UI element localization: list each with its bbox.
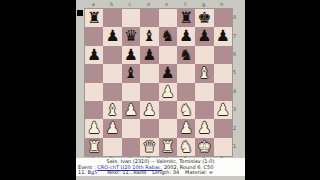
black-knight-f6: ♞ [179, 46, 193, 64]
square-h3[interactable]: ♟ [214, 101, 232, 119]
material-text: Material: = [185, 169, 213, 175]
black-queen-c7: ♛ [124, 27, 138, 45]
black-rook-a8: ♜ [87, 9, 101, 27]
square-a3[interactable] [85, 101, 103, 119]
black-pawn-g7: ♟ [198, 27, 212, 45]
last-move-link[interactable]: Bg5 [88, 169, 98, 175]
rank-label-2: 2 [233, 118, 243, 136]
square-a1[interactable]: ♜ [85, 138, 103, 156]
square-c4[interactable] [122, 83, 140, 101]
square-g6[interactable] [195, 46, 213, 64]
rank-labels-right: 87654321 [233, 8, 243, 155]
square-e4[interactable]: ♟ [159, 83, 177, 101]
white-bishop-b3: ♝ [106, 101, 120, 119]
square-c2[interactable] [122, 119, 140, 137]
white-rook-e1: ♜ [161, 138, 175, 156]
file-label-b: b [102, 1, 120, 7]
square-d4[interactable] [140, 83, 158, 101]
rank-label-8: 8 [233, 8, 243, 26]
square-h7[interactable]: ♟ [214, 27, 232, 45]
file-label-a: a [84, 1, 102, 7]
white-pawn-b2: ♟ [106, 119, 120, 137]
black-pawn-d6: ♟ [142, 46, 156, 64]
square-a2[interactable]: ♟ [85, 119, 103, 137]
square-e7[interactable]: ♞ [159, 27, 177, 45]
square-d7[interactable]: ♝ [140, 27, 158, 45]
square-b4[interactable] [103, 83, 121, 101]
square-d6[interactable]: ♟ [140, 46, 158, 64]
square-f3[interactable]: ♞ [177, 101, 195, 119]
square-g4[interactable] [195, 83, 213, 101]
black-knight-e7: ♞ [161, 27, 175, 45]
next-move-text: Next: 11...Rad8 [107, 169, 146, 175]
square-d2[interactable] [140, 119, 158, 137]
white-king-g1: ♚ [198, 138, 212, 156]
square-g1[interactable]: ♚ [195, 138, 213, 156]
viewer-area: abcdefgh ♜♜♚♟♛♝♞♟♟♟♟♟♟♞♝♟♝♟♝♟♟♞♟♟♟♟♟♜♛♜♞… [76, 0, 245, 180]
square-f1[interactable]: ♞ [177, 138, 195, 156]
square-f7[interactable]: ♟ [177, 27, 195, 45]
square-d3[interactable]: ♟ [140, 101, 158, 119]
white-pawn-h3: ♟ [216, 101, 230, 119]
square-a5[interactable] [85, 64, 103, 82]
square-a6[interactable]: ♟ [85, 46, 103, 64]
black-pawn-e5: ♟ [161, 64, 175, 82]
white-pawn-f2: ♟ [179, 119, 193, 137]
square-e8[interactable] [159, 9, 177, 27]
length-text: Length: 34 [152, 169, 179, 175]
black-king-g8: ♚ [198, 9, 212, 27]
square-e2[interactable] [159, 119, 177, 137]
square-c1[interactable] [122, 138, 140, 156]
rank-label-6: 6 [233, 45, 243, 63]
square-b2[interactable]: ♟ [103, 119, 121, 137]
black-pawn-b7: ♟ [106, 27, 120, 45]
square-f2[interactable]: ♟ [177, 119, 195, 137]
black-bishop-d7: ♝ [142, 27, 156, 45]
square-c3[interactable]: ♟ [122, 101, 140, 119]
white-rook-a1: ♜ [87, 138, 101, 156]
left-black-bar [0, 0, 76, 180]
square-b7[interactable]: ♟ [103, 27, 121, 45]
rank-label-7: 7 [233, 26, 243, 44]
square-b3[interactable]: ♝ [103, 101, 121, 119]
white-pawn-d3: ♟ [142, 101, 156, 119]
square-h6[interactable] [214, 46, 232, 64]
square-g2[interactable]: ♟ [195, 119, 213, 137]
square-e6[interactable] [159, 46, 177, 64]
rank-label-4: 4 [233, 82, 243, 100]
square-b5[interactable] [103, 64, 121, 82]
black-pawn-a6: ♟ [87, 46, 101, 64]
square-h8[interactable] [214, 9, 232, 27]
black-pawn-h7: ♟ [216, 27, 230, 45]
square-h2[interactable] [214, 119, 232, 137]
square-f6[interactable]: ♞ [177, 46, 195, 64]
file-labels-top: abcdefgh [84, 1, 231, 7]
move-number: 11. [78, 169, 86, 175]
white-bishop-g5: ♝ [198, 64, 212, 82]
square-c6[interactable]: ♟ [122, 46, 140, 64]
square-c8[interactable] [122, 9, 140, 27]
square-b6[interactable] [103, 46, 121, 64]
white-pawn-a2: ♟ [87, 119, 101, 137]
right-black-bar [245, 0, 320, 180]
square-a4[interactable] [85, 83, 103, 101]
square-g8[interactable]: ♚ [195, 9, 213, 27]
chess-board: ♜♜♚♟♛♝♞♟♟♟♟♟♟♞♝♟♝♟♝♟♟♞♟♟♟♟♟♜♛♜♞♚ [84, 8, 233, 157]
square-d5[interactable] [140, 64, 158, 82]
file-label-d: d [139, 1, 157, 7]
square-h4[interactable] [214, 83, 232, 101]
game-info-panel: Sale, Ivan (2310) -- Valentic, Tomislav … [76, 158, 245, 176]
square-f4[interactable] [177, 83, 195, 101]
white-queen-d1: ♛ [142, 138, 156, 156]
file-label-f: f [176, 1, 194, 7]
black-pawn-f7: ♟ [179, 27, 193, 45]
file-label-g: g [194, 1, 212, 7]
white-pawn-e4: ♟ [161, 83, 175, 101]
square-d1[interactable]: ♛ [140, 138, 158, 156]
move-line: 11. Bg5Next: 11...Rad8Length: 34Material… [78, 170, 245, 176]
square-g7[interactable]: ♟ [195, 27, 213, 45]
black-bishop-c5: ♝ [124, 64, 138, 82]
square-f5[interactable] [177, 64, 195, 82]
square-c7[interactable]: ♛ [122, 27, 140, 45]
square-e5[interactable]: ♟ [159, 64, 177, 82]
video-frame: abcdefgh ♜♜♚♟♛♝♞♟♟♟♟♟♟♞♝♟♝♟♝♟♟♞♟♟♟♟♟♜♛♜♞… [0, 0, 320, 180]
white-knight-f1: ♞ [179, 138, 193, 156]
square-g3[interactable] [195, 101, 213, 119]
square-g5[interactable]: ♝ [195, 64, 213, 82]
rank-label-3: 3 [233, 100, 243, 118]
file-label-h: h [213, 1, 231, 7]
square-a8[interactable]: ♜ [85, 9, 103, 27]
white-pawn-c3: ♟ [124, 101, 138, 119]
rank-label-5: 5 [233, 63, 243, 81]
white-pawn-g2: ♟ [198, 119, 212, 137]
square-e3[interactable] [159, 101, 177, 119]
white-knight-f3: ♞ [179, 101, 193, 119]
square-c5[interactable]: ♝ [122, 64, 140, 82]
square-f8[interactable]: ♜ [177, 9, 195, 27]
square-h5[interactable] [214, 64, 232, 82]
black-rook-f8: ♜ [179, 9, 193, 27]
square-b8[interactable] [103, 9, 121, 27]
rank-label-1: 1 [233, 137, 243, 155]
black-to-move-indicator [77, 10, 83, 16]
square-a7[interactable] [85, 27, 103, 45]
square-b1[interactable] [103, 138, 121, 156]
black-pawn-c6: ♟ [124, 46, 138, 64]
square-e1[interactable]: ♜ [159, 138, 177, 156]
square-h1[interactable] [214, 138, 232, 156]
file-label-e: e [158, 1, 176, 7]
file-label-c: c [121, 1, 139, 7]
square-d8[interactable] [140, 9, 158, 27]
